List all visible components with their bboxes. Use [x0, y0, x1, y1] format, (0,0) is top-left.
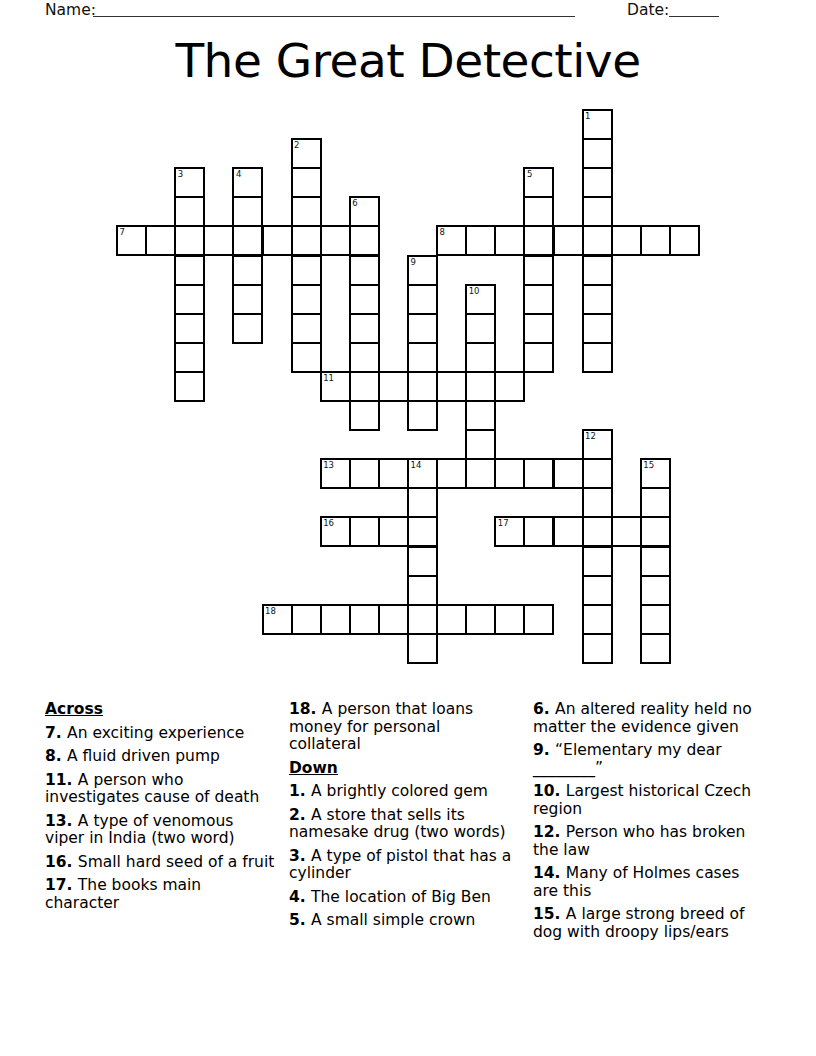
grid-cell-r4c17[interactable] [611, 225, 642, 256]
grid-cell-r16c10[interactable] [407, 575, 438, 606]
cell-number-9: 9 [411, 257, 416, 267]
grid-cell-r5c14[interactable] [523, 255, 554, 286]
grid-cell-r4c4[interactable] [232, 225, 263, 256]
cell-number-8: 8 [440, 227, 445, 237]
grid-cell-r17c18[interactable] [640, 604, 671, 635]
grid-cell-r15c10[interactable] [407, 546, 438, 577]
cell-number-12: 12 [585, 431, 596, 441]
clue-down-9: 9. “Elementary my dear ________” [533, 742, 761, 777]
clue-down-14: 14. Many of Holmes cases are this [533, 865, 761, 900]
grid-cell-r13c10[interactable] [407, 487, 438, 518]
grid-cell-r4c5[interactable] [262, 225, 293, 256]
grid-cell-r9c12[interactable] [465, 371, 496, 402]
grid-cell-r7c10[interactable] [407, 313, 438, 344]
grid-cell-r14c16[interactable] [582, 516, 613, 547]
clue-number: 16. [45, 853, 78, 871]
cell-number-16: 16 [323, 518, 334, 528]
grid-cell-r4c6[interactable] [291, 225, 322, 256]
clue-number: 18. [289, 700, 322, 718]
grid-cell-r15c16[interactable] [582, 546, 613, 577]
grid-cell-r3c16[interactable] [582, 196, 613, 227]
grid-cell-r4c12[interactable] [465, 225, 496, 256]
grid-cell-r6c14[interactable] [523, 284, 554, 315]
grid-cell-r9c10[interactable] [407, 371, 438, 402]
grid-cell-r8c2[interactable] [174, 342, 205, 373]
grid-cell-r16c16[interactable] [582, 575, 613, 606]
grid-cell-r6c6[interactable] [291, 284, 322, 315]
grid-cell-r12c8[interactable] [349, 458, 380, 489]
cell-number-11: 11 [323, 373, 334, 383]
cell-number-5: 5 [527, 169, 532, 179]
grid-cell-r9c13[interactable] [494, 371, 525, 402]
grid-cell-r2c6[interactable] [291, 167, 322, 198]
grid-cell-r17c11[interactable] [436, 604, 467, 635]
clue-number: 10. [533, 782, 566, 800]
grid-cell-r14c8[interactable] [349, 516, 380, 547]
grid-cell-r12c15[interactable] [553, 458, 584, 489]
grid-cell-r8c8[interactable] [349, 342, 380, 373]
clue-down-5: 5. A small simple crown [289, 912, 513, 930]
grid-cell-r18c18[interactable] [640, 633, 671, 664]
across-heading: Across [45, 701, 275, 719]
name-blank-line[interactable] [93, 2, 575, 17]
grid-cell-r10c10[interactable] [407, 400, 438, 431]
grid-cell-r4c7[interactable] [320, 225, 351, 256]
clue-across-17: 17. The books main character [45, 877, 275, 912]
grid-cell-r12c16[interactable] [582, 458, 613, 489]
grid-cell-r3c4[interactable] [232, 196, 263, 227]
name-label: Name: [45, 1, 96, 19]
grid-cell-r6c2[interactable] [174, 284, 205, 315]
grid-cell-r4c16[interactable] [582, 225, 613, 256]
grid-cell-r13c18[interactable] [640, 487, 671, 518]
clue-down-15: 15. A large strong breed of dog with dro… [533, 906, 761, 941]
grid-cell-r14c14[interactable] [523, 516, 554, 547]
grid-cell-r17c16[interactable] [582, 604, 613, 635]
clue-number: 14. [533, 864, 566, 882]
grid-cell-r14c17[interactable] [611, 516, 642, 547]
clue-down-1: 1. A brightly colored gem [289, 783, 513, 801]
clue-down-6: 6. An altered reality held no matter the… [533, 701, 761, 736]
grid-cell-r4c18[interactable] [640, 225, 671, 256]
clue-across-18: 18. A person that loans money for person… [289, 701, 513, 754]
cell-number-7: 7 [120, 227, 125, 237]
grid-cell-r17c7[interactable] [320, 604, 351, 635]
grid-cell-r5c10[interactable]: 9 [407, 255, 438, 286]
grid-cell-r1c16[interactable] [582, 138, 613, 169]
grid-cell-r4c11[interactable]: 8 [436, 225, 467, 256]
clue-number: 11. [45, 771, 78, 789]
clues-column-across: Across7. An exciting experience8. A flui… [45, 701, 275, 918]
clue-down-3: 3. A type of pistol that has a cylinder [289, 848, 513, 883]
clue-number: 7. [45, 724, 67, 742]
clue-number: 12. [533, 823, 566, 841]
clue-number: 4. [289, 888, 311, 906]
grid-cell-r15c18[interactable] [640, 546, 671, 577]
grid-cell-r11c16[interactable]: 12 [582, 429, 613, 460]
grid-cell-r13c16[interactable] [582, 487, 613, 518]
cell-number-1: 1 [585, 111, 590, 121]
grid-cell-r7c2[interactable] [174, 313, 205, 344]
grid-cell-r6c8[interactable] [349, 284, 380, 315]
grid-cell-r12c7[interactable]: 13 [320, 458, 351, 489]
cell-number-14: 14 [411, 460, 422, 470]
grid-cell-r18c16[interactable] [582, 633, 613, 664]
grid-cell-r7c12[interactable] [465, 313, 496, 344]
grid-cell-r2c4[interactable]: 4 [232, 167, 263, 198]
clue-across-13: 13. A type of venomous viper in India (t… [45, 813, 275, 848]
grid-cell-r5c8[interactable] [349, 255, 380, 286]
cell-number-10: 10 [469, 286, 480, 296]
grid-cell-r2c2[interactable]: 3 [174, 167, 205, 198]
grid-cell-r14c7[interactable]: 16 [320, 516, 351, 547]
grid-cell-r14c13[interactable]: 17 [494, 516, 525, 547]
grid-cell-r12c11[interactable] [436, 458, 467, 489]
grid-cell-r17c13[interactable] [494, 604, 525, 635]
grid-cell-r4c13[interactable] [494, 225, 525, 256]
grid-cell-r14c15[interactable] [553, 516, 584, 547]
grid-cell-r7c6[interactable] [291, 313, 322, 344]
grid-cell-r17c8[interactable] [349, 604, 380, 635]
grid-cell-r8c16[interactable] [582, 342, 613, 373]
grid-cell-r17c10[interactable] [407, 604, 438, 635]
grid-cell-r3c14[interactable] [523, 196, 554, 227]
grid-cell-r7c8[interactable] [349, 313, 380, 344]
grid-cell-r5c2[interactable] [174, 255, 205, 286]
grid-cell-r8c6[interactable] [291, 342, 322, 373]
clue-down-12: 12. Person who has broken the law [533, 824, 761, 859]
grid-cell-r11c12[interactable] [465, 429, 496, 460]
grid-cell-r8c10[interactable] [407, 342, 438, 373]
grid-cell-r6c12[interactable]: 10 [465, 284, 496, 315]
grid-cell-r2c14[interactable]: 5 [523, 167, 554, 198]
grid-cell-r17c6[interactable] [291, 604, 322, 635]
grid-cell-r4c15[interactable] [553, 225, 584, 256]
date-label: Date: [627, 1, 669, 19]
clue-down-4: 4. The location of Big Ben [289, 889, 513, 907]
clue-number: 1. [289, 782, 311, 800]
grid-cell-r12c13[interactable] [494, 458, 525, 489]
grid-cell-r10c8[interactable] [349, 400, 380, 431]
grid-cell-r4c3[interactable] [203, 225, 234, 256]
grid-cell-r4c2[interactable] [174, 225, 205, 256]
cell-number-18: 18 [265, 606, 276, 616]
clue-across-11: 11. A person who investigates cause of d… [45, 772, 275, 807]
clues-column-down: 6. An altered reality held no matter the… [533, 701, 761, 947]
cell-number-17: 17 [498, 518, 509, 528]
grid-cell-r9c11[interactable] [436, 371, 467, 402]
grid-cell-r5c6[interactable] [291, 255, 322, 286]
clue-number: 5. [289, 911, 311, 929]
grid-cell-r17c14[interactable] [523, 604, 554, 635]
grid-cell-r7c14[interactable] [523, 313, 554, 344]
cell-number-13: 13 [323, 460, 334, 470]
grid-cell-r9c2[interactable] [174, 371, 205, 402]
grid-cell-r6c16[interactable] [582, 284, 613, 315]
grid-cell-r12c14[interactable] [523, 458, 554, 489]
grid-cell-r17c9[interactable] [378, 604, 409, 635]
grid-cell-r12c9[interactable] [378, 458, 409, 489]
grid-cell-r17c5[interactable]: 18 [262, 604, 293, 635]
grid-cell-r14c10[interactable] [407, 516, 438, 547]
grid-cell-r14c18[interactable] [640, 516, 671, 547]
down-heading: Down [289, 760, 513, 778]
grid-cell-r9c7[interactable]: 11 [320, 371, 351, 402]
grid-cell-r12c18[interactable]: 15 [640, 458, 671, 489]
grid-cell-r5c4[interactable] [232, 255, 263, 286]
grid-cell-r4c1[interactable] [145, 225, 176, 256]
grid-cell-r12c12[interactable] [465, 458, 496, 489]
grid-cell-r17c12[interactable] [465, 604, 496, 635]
grid-cell-r3c6[interactable] [291, 196, 322, 227]
grid-cell-r4c19[interactable] [669, 225, 700, 256]
clue-number: 8. [45, 747, 67, 765]
grid-cell-r3c2[interactable] [174, 196, 205, 227]
clue-number: 2. [289, 806, 311, 824]
grid-cell-r4c0[interactable]: 7 [116, 225, 147, 256]
cell-number-15: 15 [643, 460, 654, 470]
clues-column-middle: 18. A person that loans money for person… [289, 701, 513, 936]
grid-cell-r6c4[interactable] [232, 284, 263, 315]
grid-cell-r8c14[interactable] [523, 342, 554, 373]
cell-number-4: 4 [236, 169, 241, 179]
grid-cell-r10c12[interactable] [465, 400, 496, 431]
grid-cell-r7c16[interactable] [582, 313, 613, 344]
grid-cell-r8c12[interactable] [465, 342, 496, 373]
cell-number-3: 3 [178, 169, 183, 179]
grid-cell-r3c8[interactable]: 6 [349, 196, 380, 227]
grid-cell-r14c9[interactable] [378, 516, 409, 547]
grid-cell-r9c8[interactable] [349, 371, 380, 402]
clue-across-16: 16. Small hard seed of a fruit [45, 854, 275, 872]
grid-cell-r9c9[interactable] [378, 371, 409, 402]
clue-down-2: 2. A store that sells its namesake drug … [289, 807, 513, 842]
grid-cell-r4c8[interactable] [349, 225, 380, 256]
grid-cell-r0c16[interactable]: 1 [582, 109, 613, 140]
grid-cell-r5c16[interactable] [582, 255, 613, 286]
clue-across-7: 7. An exciting experience [45, 725, 275, 743]
cell-number-2: 2 [294, 140, 299, 150]
date-blank-line[interactable] [669, 2, 719, 17]
puzzle-title: The Great Detective [0, 33, 816, 88]
crossword-worksheet-page: Name: Date: The Great Detective 78111314… [0, 0, 816, 1056]
grid-cell-r4c14[interactable] [523, 225, 554, 256]
grid-cell-r1c6[interactable]: 2 [291, 138, 322, 169]
cell-number-6: 6 [352, 198, 357, 208]
grid-cell-r2c16[interactable] [582, 167, 613, 198]
clue-number: 9. [533, 741, 555, 759]
grid-cell-r18c10[interactable] [407, 633, 438, 664]
grid-cell-r16c18[interactable] [640, 575, 671, 606]
grid-cell-r12c10[interactable]: 14 [407, 458, 438, 489]
clue-number: 17. [45, 876, 78, 894]
grid-cell-r7c4[interactable] [232, 313, 263, 344]
clue-across-8: 8. A fluid driven pump [45, 748, 275, 766]
grid-cell-r6c10[interactable] [407, 284, 438, 315]
clue-down-10: 10. Largest historical Czech region [533, 783, 761, 818]
clue-number: 6. [533, 700, 555, 718]
clue-number: 15. [533, 905, 566, 923]
clue-number: 13. [45, 812, 78, 830]
clue-number: 3. [289, 847, 311, 865]
